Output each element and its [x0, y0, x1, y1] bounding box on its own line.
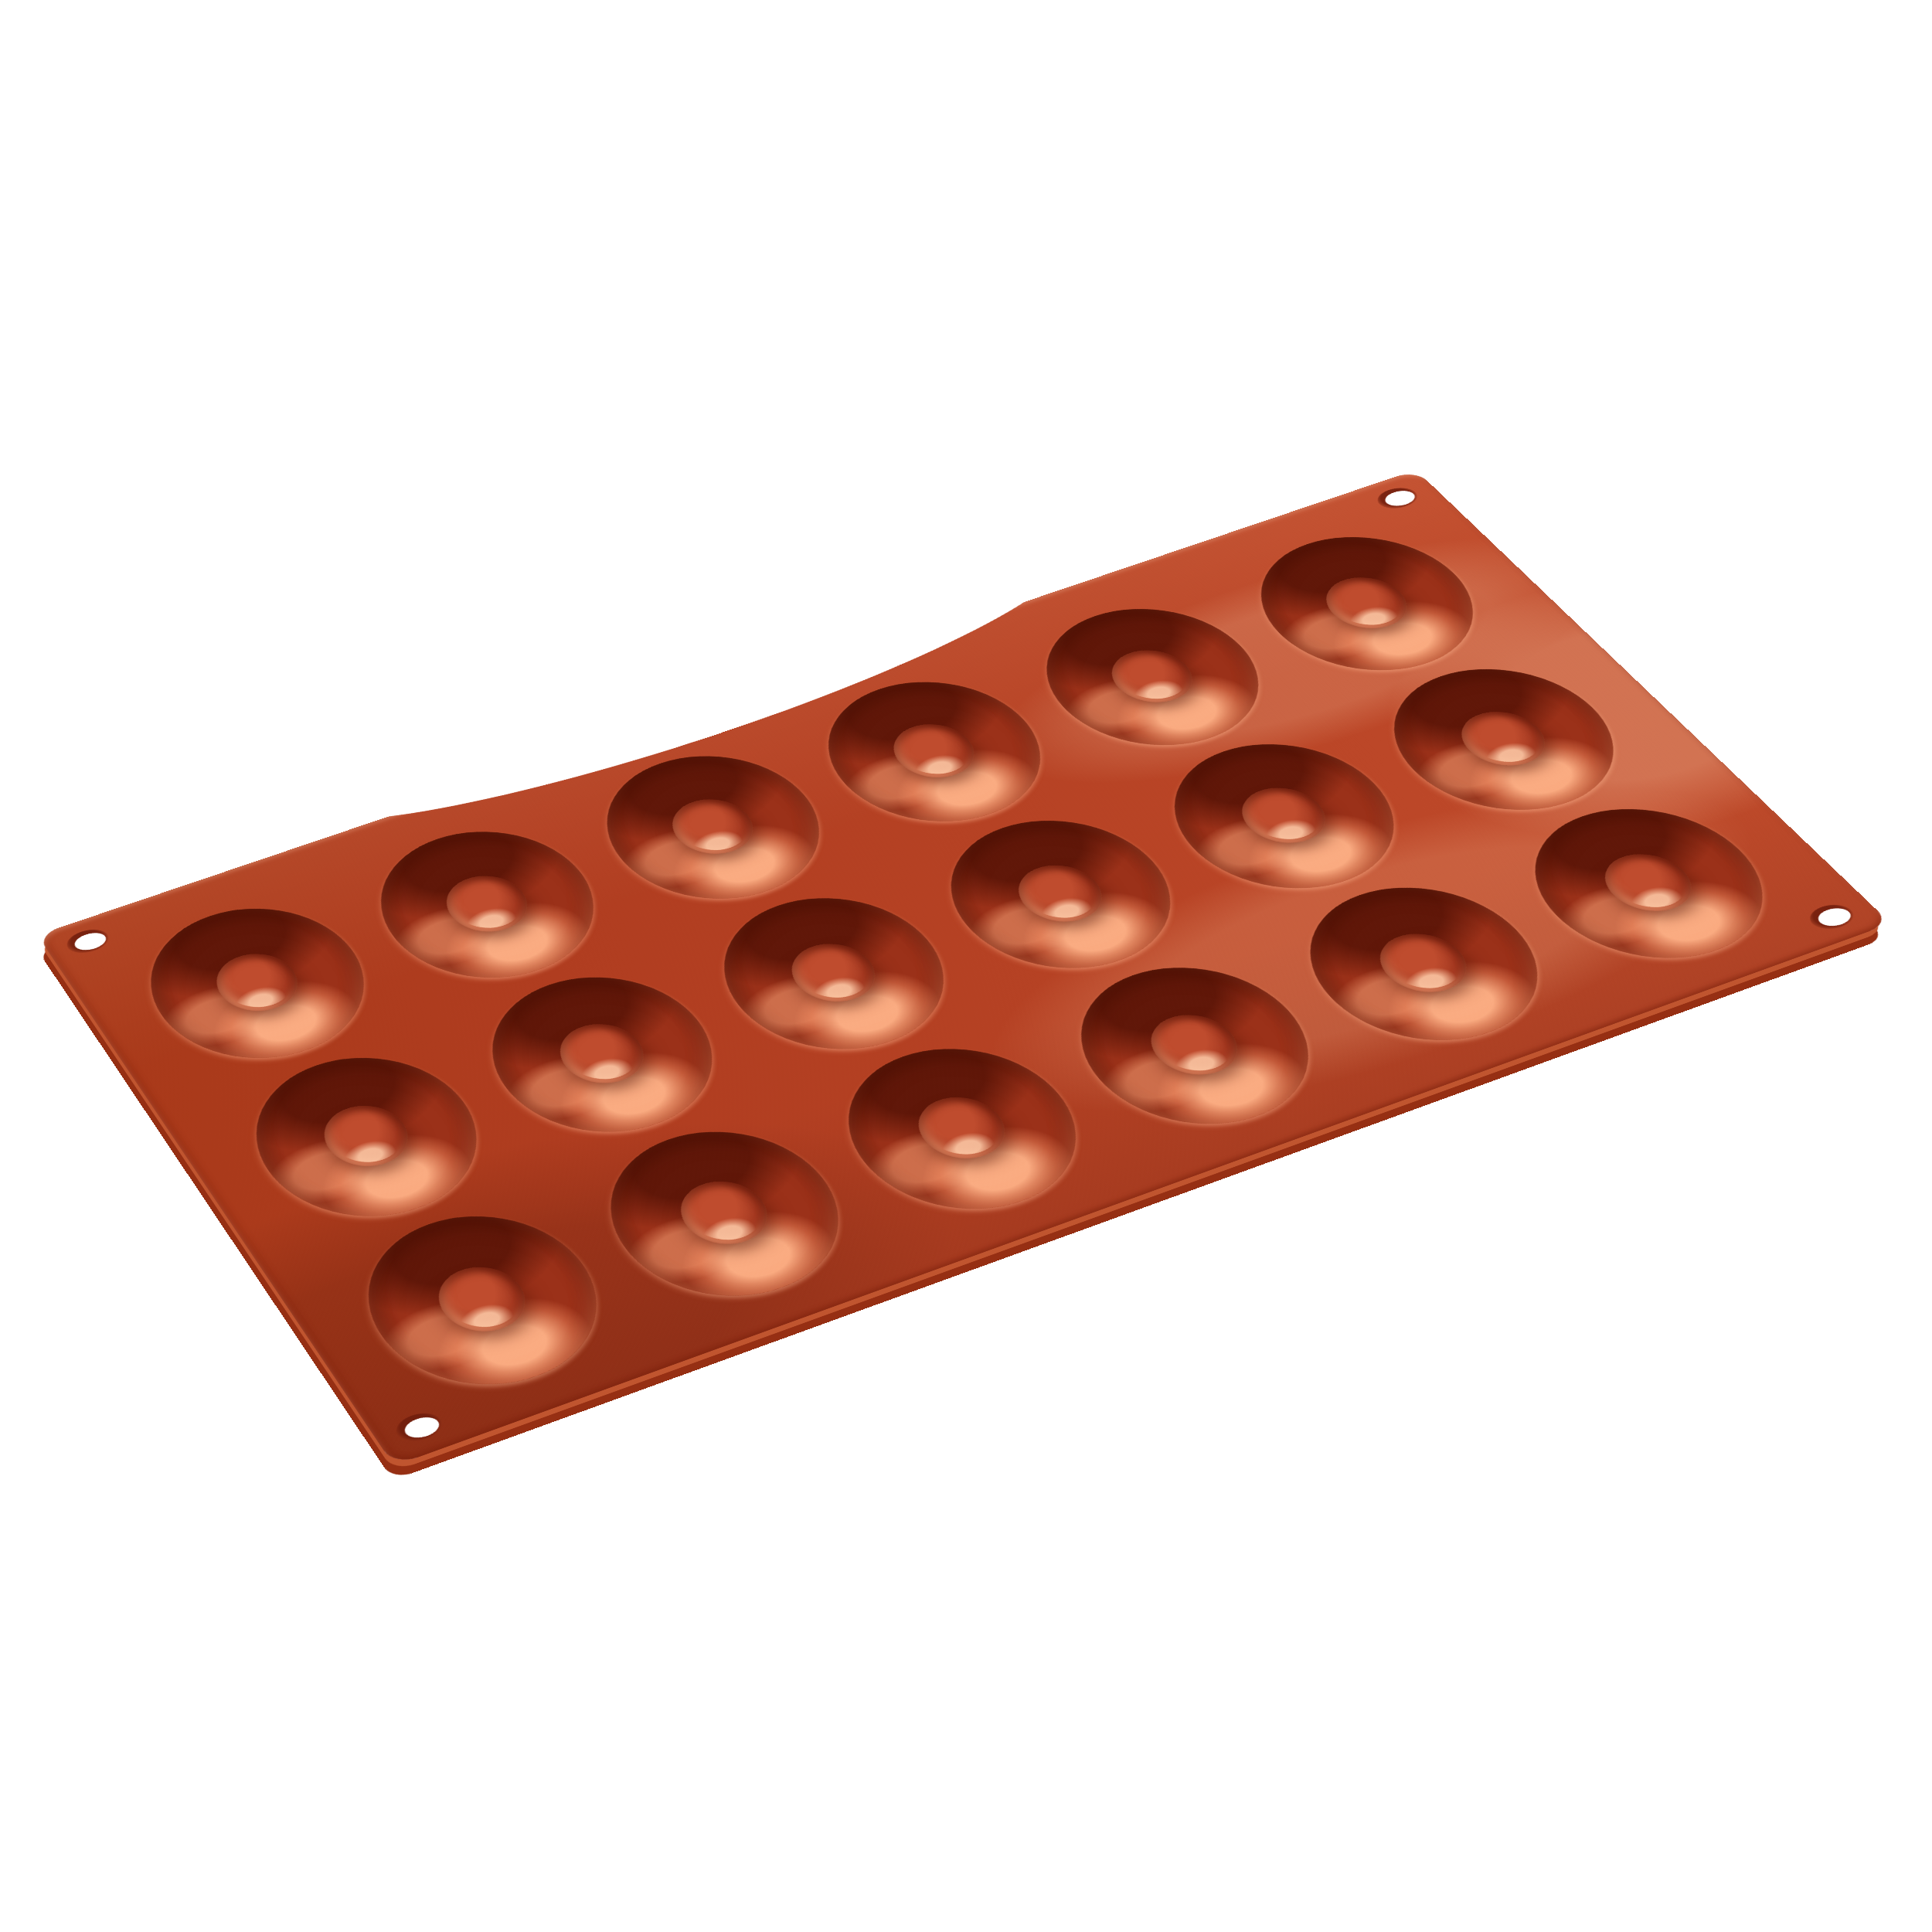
cavity-center-post: [1445, 703, 1561, 775]
cavity-center-post: [1363, 924, 1483, 1002]
white-background: [0, 0, 1932, 1932]
cavity-center-post: [1097, 641, 1207, 711]
donut-cavity: [345, 808, 632, 1002]
cavity-center-post: [879, 716, 990, 787]
cavity-center-post: [777, 934, 890, 1011]
donut-cavity: [116, 884, 401, 1083]
cavity-center-post: [658, 791, 767, 863]
cavity-center-post: [1226, 779, 1342, 852]
donut-cavity: [1352, 646, 1657, 835]
donut-cavity: [1007, 586, 1300, 768]
donut-cavity: [1133, 720, 1437, 913]
cavity-center-post: [1003, 855, 1117, 930]
cavity-grid: [90, 502, 1836, 1429]
cavity-center-post: [311, 1096, 423, 1176]
cavity-center-post: [433, 866, 542, 940]
donut-cavity: [570, 1105, 881, 1323]
donut-cavity: [1267, 862, 1583, 1066]
donut-cavity: [1039, 942, 1352, 1151]
cavity-center-post: [1311, 569, 1422, 637]
donut-cavity: [1220, 515, 1515, 693]
cavity-center-post: [203, 944, 311, 1020]
donut-cavity: [219, 1032, 516, 1243]
cavity-center-post: [1135, 1005, 1254, 1084]
corner-hole-top: [1371, 484, 1423, 512]
cavity-center-post: [1588, 845, 1709, 920]
silicone-mold-sheet: [37, 470, 1891, 1466]
donut-cavity: [329, 1189, 638, 1413]
cavity-center-post: [903, 1087, 1021, 1168]
cavity-center-post: [546, 1015, 658, 1093]
donut-cavity: [454, 952, 752, 1158]
cavity-center-post: [424, 1257, 541, 1342]
donut-cavity: [684, 873, 985, 1075]
donut-cavity: [910, 796, 1213, 993]
donut-cavity: [1491, 784, 1808, 984]
donut-cavity: [807, 1023, 1119, 1236]
cavity-center-post: [665, 1172, 783, 1254]
